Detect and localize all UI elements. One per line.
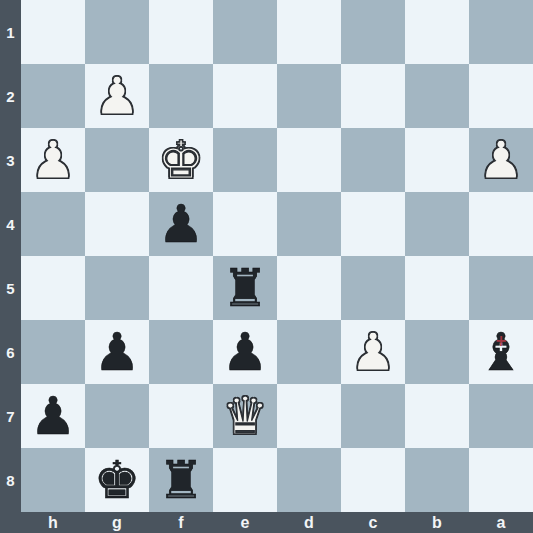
square-h6[interactable] <box>21 320 85 384</box>
square-b1[interactable] <box>405 0 469 64</box>
square-a7[interactable] <box>469 384 533 448</box>
square-b2[interactable] <box>405 64 469 128</box>
square-a2[interactable] <box>469 64 533 128</box>
file-label-a: a <box>469 512 533 533</box>
square-h4[interactable] <box>21 192 85 256</box>
square-g5[interactable] <box>85 256 149 320</box>
square-g1[interactable] <box>85 0 149 64</box>
rank-label-2: 2 <box>0 64 21 128</box>
square-e6[interactable]: ♟ <box>213 320 277 384</box>
rank-label-1: 1 <box>0 0 21 64</box>
square-f7[interactable] <box>149 384 213 448</box>
square-e1[interactable] <box>213 0 277 64</box>
file-label-f: f <box>149 512 213 533</box>
square-f6[interactable] <box>149 320 213 384</box>
file-label-b: b <box>405 512 469 533</box>
black-pawn[interactable]: ♟ <box>30 390 77 442</box>
file-label-c: c <box>341 512 405 533</box>
square-c2[interactable] <box>341 64 405 128</box>
square-c6[interactable]: ♟ <box>341 320 405 384</box>
square-a3[interactable]: ♟ <box>469 128 533 192</box>
square-g7[interactable] <box>85 384 149 448</box>
square-e8[interactable] <box>213 448 277 512</box>
square-d7[interactable] <box>277 384 341 448</box>
white-pawn[interactable]: ♟ <box>30 134 77 186</box>
black-rook[interactable]: ♜ <box>222 262 269 314</box>
square-e5[interactable]: ♜ <box>213 256 277 320</box>
square-a8[interactable] <box>469 448 533 512</box>
white-queen[interactable]: ♛ <box>222 390 269 442</box>
square-e3[interactable] <box>213 128 277 192</box>
rank-label-5: 5 <box>0 256 21 320</box>
square-b4[interactable] <box>405 192 469 256</box>
file-label-g: g <box>85 512 149 533</box>
square-g6[interactable]: ♟ <box>85 320 149 384</box>
square-g8[interactable]: ♚ <box>85 448 149 512</box>
square-a4[interactable] <box>469 192 533 256</box>
square-c1[interactable] <box>341 0 405 64</box>
rank-label-8: 8 <box>0 448 21 512</box>
square-d3[interactable] <box>277 128 341 192</box>
rank-label-6: 6 <box>0 320 21 384</box>
square-f4[interactable]: ♟ <box>149 192 213 256</box>
square-f1[interactable] <box>149 0 213 64</box>
square-b3[interactable] <box>405 128 469 192</box>
rank-label-7: 7 <box>0 384 21 448</box>
chess-diagram: 12♟3♟♚♟4♟5♜6♟♟♟♝+7♟♛8♚♜hgfedcba <box>0 0 533 533</box>
rank-label-3: 3 <box>0 128 21 192</box>
square-f5[interactable] <box>149 256 213 320</box>
square-b7[interactable] <box>405 384 469 448</box>
square-b6[interactable] <box>405 320 469 384</box>
square-a5[interactable] <box>469 256 533 320</box>
chess-board: 12♟3♟♚♟4♟5♜6♟♟♟♝+7♟♛8♚♜hgfedcba <box>0 0 533 533</box>
square-c3[interactable] <box>341 128 405 192</box>
square-h1[interactable] <box>21 0 85 64</box>
square-d5[interactable] <box>277 256 341 320</box>
file-label-e: e <box>213 512 277 533</box>
white-pawn[interactable]: ♟ <box>478 134 525 186</box>
white-pawn[interactable]: ♟ <box>94 70 141 122</box>
square-f2[interactable] <box>149 64 213 128</box>
square-d2[interactable] <box>277 64 341 128</box>
square-a6[interactable]: ♝+ <box>469 320 533 384</box>
square-h7[interactable]: ♟ <box>21 384 85 448</box>
black-bishop[interactable]: ♝ <box>478 326 525 378</box>
square-d8[interactable] <box>277 448 341 512</box>
square-b5[interactable] <box>405 256 469 320</box>
square-d1[interactable] <box>277 0 341 64</box>
square-c7[interactable] <box>341 384 405 448</box>
black-pawn[interactable]: ♟ <box>158 198 205 250</box>
square-a1[interactable] <box>469 0 533 64</box>
white-king[interactable]: ♚ <box>158 134 205 186</box>
black-pawn[interactable]: ♟ <box>94 326 141 378</box>
black-rook[interactable]: ♜ <box>158 454 205 506</box>
square-f3[interactable]: ♚ <box>149 128 213 192</box>
square-c8[interactable] <box>341 448 405 512</box>
square-h3[interactable]: ♟ <box>21 128 85 192</box>
file-label-d: d <box>277 512 341 533</box>
square-d6[interactable] <box>277 320 341 384</box>
rank-label-4: 4 <box>0 192 21 256</box>
square-e7[interactable]: ♛ <box>213 384 277 448</box>
square-g4[interactable] <box>85 192 149 256</box>
square-b8[interactable] <box>405 448 469 512</box>
square-h5[interactable] <box>21 256 85 320</box>
black-king[interactable]: ♚ <box>94 454 141 506</box>
square-g2[interactable]: ♟ <box>85 64 149 128</box>
square-h8[interactable] <box>21 448 85 512</box>
square-e4[interactable] <box>213 192 277 256</box>
file-label-h: h <box>21 512 85 533</box>
black-pawn[interactable]: ♟ <box>222 326 269 378</box>
square-c5[interactable] <box>341 256 405 320</box>
square-h2[interactable] <box>21 64 85 128</box>
square-g3[interactable] <box>85 128 149 192</box>
white-pawn[interactable]: ♟ <box>350 326 397 378</box>
square-f8[interactable]: ♜ <box>149 448 213 512</box>
square-e2[interactable] <box>213 64 277 128</box>
board-corner <box>0 512 21 533</box>
square-c4[interactable] <box>341 192 405 256</box>
square-d4[interactable] <box>277 192 341 256</box>
